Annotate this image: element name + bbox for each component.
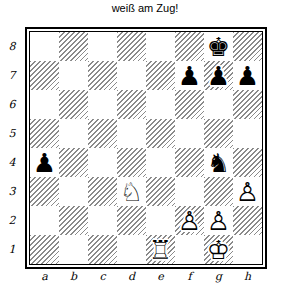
file-label-c: c: [88, 270, 117, 284]
piece-black-pawn[interactable]: ♟♟: [233, 61, 262, 90]
piece-white-pawn[interactable]: ♟♙: [175, 206, 204, 235]
square-g6[interactable]: [204, 90, 233, 119]
square-f3[interactable]: [175, 177, 204, 206]
square-g2[interactable]: ♟♙: [204, 206, 233, 235]
piece-white-pawn[interactable]: ♟♙: [233, 177, 262, 206]
square-h6[interactable]: [233, 90, 262, 119]
square-a3[interactable]: [30, 177, 59, 206]
square-b2[interactable]: [59, 206, 88, 235]
square-d7[interactable]: [117, 61, 146, 90]
square-f2[interactable]: ♟♙: [175, 206, 204, 235]
rank-label-4: 4: [4, 148, 20, 177]
square-g5[interactable]: [204, 119, 233, 148]
chess-board: ♚♚♟♟♟♟♟♟♟♟♞♞♞♘♟♙♟♙♟♙♜♖♚♔: [25, 27, 267, 269]
board-inner-frame: ♚♚♟♟♟♟♟♟♟♟♞♞♞♘♟♙♟♙♟♙♜♖♚♔: [29, 31, 263, 265]
square-h1[interactable]: [233, 235, 262, 264]
square-b4[interactable]: [59, 148, 88, 177]
square-e7[interactable]: [146, 61, 175, 90]
square-a7[interactable]: [30, 61, 59, 90]
square-a5[interactable]: [30, 119, 59, 148]
file-label-h: h: [233, 270, 262, 284]
square-g7[interactable]: ♟♟: [204, 61, 233, 90]
square-b5[interactable]: [59, 119, 88, 148]
square-c5[interactable]: [88, 119, 117, 148]
white-knight-glyph: ♘: [120, 179, 143, 205]
square-d3[interactable]: ♞♘: [117, 177, 146, 206]
file-labels: abcdefgh: [30, 270, 262, 284]
rank-label-2: 2: [4, 206, 20, 235]
square-e5[interactable]: [146, 119, 175, 148]
square-c3[interactable]: [88, 177, 117, 206]
file-label-b: b: [59, 270, 88, 284]
piece-black-pawn[interactable]: ♟♟: [30, 148, 59, 177]
square-b8[interactable]: [59, 32, 88, 61]
square-b3[interactable]: [59, 177, 88, 206]
piece-black-knight[interactable]: ♞♞: [204, 148, 233, 177]
piece-black-king[interactable]: ♚♚: [204, 32, 233, 61]
black-pawn-glyph: ♟: [207, 63, 230, 89]
rank-label-6: 6: [4, 90, 20, 119]
square-a8[interactable]: [30, 32, 59, 61]
white-pawn-glyph: ♙: [207, 208, 230, 234]
square-c2[interactable]: [88, 206, 117, 235]
square-h2[interactable]: [233, 206, 262, 235]
square-e6[interactable]: [146, 90, 175, 119]
white-king-glyph: ♔: [207, 237, 230, 263]
square-d4[interactable]: [117, 148, 146, 177]
piece-white-rook[interactable]: ♜♖: [146, 235, 175, 264]
square-a1[interactable]: [30, 235, 59, 264]
square-c8[interactable]: [88, 32, 117, 61]
white-pawn-glyph: ♙: [178, 208, 201, 234]
black-pawn-glyph: ♟: [178, 63, 201, 89]
square-d1[interactable]: [117, 235, 146, 264]
white-rook-glyph: ♖: [149, 237, 172, 263]
square-h4[interactable]: [233, 148, 262, 177]
square-c7[interactable]: [88, 61, 117, 90]
square-d8[interactable]: [117, 32, 146, 61]
square-e3[interactable]: [146, 177, 175, 206]
square-f8[interactable]: [175, 32, 204, 61]
black-pawn-glyph: ♟: [33, 150, 56, 176]
black-king-glyph: ♚: [207, 34, 230, 60]
piece-white-pawn[interactable]: ♟♙: [204, 206, 233, 235]
rank-label-8: 8: [4, 32, 20, 61]
piece-black-pawn[interactable]: ♟♟: [204, 61, 233, 90]
square-f4[interactable]: [175, 148, 204, 177]
square-c6[interactable]: [88, 90, 117, 119]
file-label-f: f: [175, 270, 204, 284]
square-h7[interactable]: ♟♟: [233, 61, 262, 90]
piece-black-pawn[interactable]: ♟♟: [175, 61, 204, 90]
square-a6[interactable]: [30, 90, 59, 119]
piece-white-king[interactable]: ♚♔: [204, 235, 233, 264]
rank-labels: 87654321: [4, 32, 20, 264]
square-d2[interactable]: [117, 206, 146, 235]
square-d6[interactable]: [117, 90, 146, 119]
piece-white-knight[interactable]: ♞♘: [117, 177, 146, 206]
square-f5[interactable]: [175, 119, 204, 148]
rank-label-7: 7: [4, 61, 20, 90]
square-b6[interactable]: [59, 90, 88, 119]
square-f6[interactable]: [175, 90, 204, 119]
square-e1[interactable]: ♜♖: [146, 235, 175, 264]
square-a2[interactable]: [30, 206, 59, 235]
rank-label-3: 3: [4, 177, 20, 206]
square-a4[interactable]: ♟♟: [30, 148, 59, 177]
square-d5[interactable]: [117, 119, 146, 148]
square-h5[interactable]: [233, 119, 262, 148]
square-b1[interactable]: [59, 235, 88, 264]
black-pawn-glyph: ♟: [236, 63, 259, 89]
square-h3[interactable]: ♟♙: [233, 177, 262, 206]
square-c4[interactable]: [88, 148, 117, 177]
square-e2[interactable]: [146, 206, 175, 235]
white-pawn-glyph: ♙: [236, 179, 259, 205]
square-h8[interactable]: [233, 32, 262, 61]
caption-white-to-move: weiß am Zug!: [0, 2, 290, 14]
square-f1[interactable]: [175, 235, 204, 264]
rank-label-5: 5: [4, 119, 20, 148]
square-g4[interactable]: ♞♞: [204, 148, 233, 177]
file-label-d: d: [117, 270, 146, 284]
square-e8[interactable]: [146, 32, 175, 61]
square-g3[interactable]: [204, 177, 233, 206]
square-g8[interactable]: ♚♚: [204, 32, 233, 61]
file-label-a: a: [30, 270, 59, 284]
file-label-g: g: [204, 270, 233, 284]
square-f7[interactable]: ♟♟: [175, 61, 204, 90]
square-g1[interactable]: ♚♔: [204, 235, 233, 264]
square-e4[interactable]: [146, 148, 175, 177]
file-label-e: e: [146, 270, 175, 284]
board-grid: ♚♚♟♟♟♟♟♟♟♟♞♞♞♘♟♙♟♙♟♙♜♖♚♔: [30, 32, 262, 264]
black-knight-glyph: ♞: [207, 150, 230, 176]
square-c1[interactable]: [88, 235, 117, 264]
rank-label-1: 1: [4, 235, 20, 264]
square-b7[interactable]: [59, 61, 88, 90]
